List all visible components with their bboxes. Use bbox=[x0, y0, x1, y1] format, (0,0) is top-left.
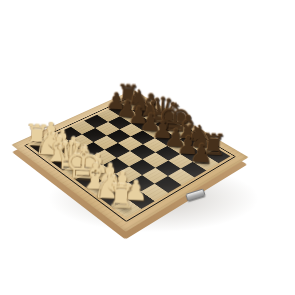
white-rook: ♜ bbox=[106, 182, 137, 213]
black-pawn: ♟ bbox=[189, 142, 213, 167]
product-photo-scene: ♜♞♝♛♚♝♞♜♟♟♟♟♟♟♟♟♟♟♟♟♟♟♟♟♜♞♝♛♚♝♞♜ bbox=[0, 0, 295, 295]
